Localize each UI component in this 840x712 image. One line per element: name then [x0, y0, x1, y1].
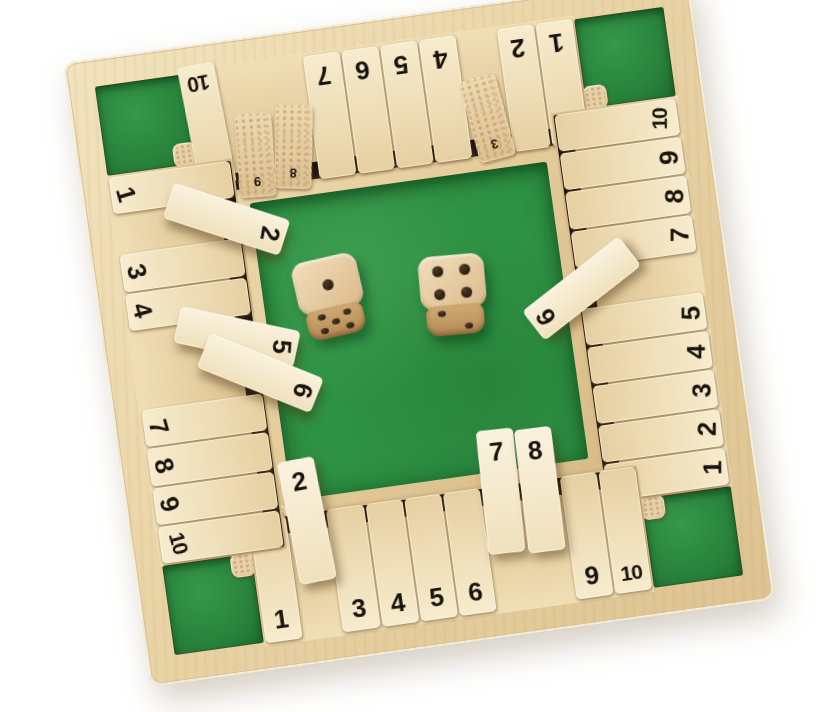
tile-north-9[interactable]: 9 [234, 112, 277, 198]
tile-number: 5 [677, 306, 703, 320]
tile-number: 6 [466, 578, 484, 606]
product-photo: 10987654321 10987654321 12345678910 1234… [0, 0, 840, 712]
tile-number: 4 [389, 589, 407, 617]
tile-number: 10 [166, 530, 192, 556]
die-pip [438, 311, 446, 318]
tile-number: 4 [682, 344, 708, 358]
die-pip [345, 322, 354, 330]
die-pip [321, 278, 334, 291]
die-pip [342, 308, 351, 316]
tile-number: 3 [350, 594, 368, 622]
die-pip [317, 313, 326, 321]
die-pip [458, 263, 470, 275]
tile-number: 2 [256, 224, 284, 243]
tile-number: 5 [392, 51, 410, 79]
tile-number: 3 [123, 261, 152, 282]
tile-number: 10 [649, 108, 670, 129]
shut-the-box-board: 10987654321 10987654321 12345678910 1234… [63, 0, 775, 687]
die-pip [331, 318, 340, 326]
tile-number: 2 [509, 35, 527, 63]
tile-number: 1 [272, 605, 290, 633]
tile-north-8[interactable]: 8 [275, 104, 314, 189]
tile-number: 9 [583, 561, 601, 589]
tile-number: 2 [290, 467, 309, 495]
die-right[interactable] [417, 252, 490, 337]
tile-number: 6 [354, 56, 372, 84]
tile-number: 7 [145, 416, 174, 437]
tile-number: 10 [186, 71, 211, 96]
tile-number: 10 [619, 560, 643, 584]
tile-number: 7 [488, 438, 505, 465]
tile-number: 3 [490, 137, 500, 151]
tile-number: 9 [655, 150, 681, 164]
tile-number: 1 [112, 183, 141, 204]
tile-number: 4 [128, 300, 157, 321]
die-left[interactable] [289, 251, 371, 344]
die-pip [321, 327, 330, 335]
tile-number: 9 [254, 175, 262, 188]
tile-number: 8 [660, 189, 686, 203]
peg-cap [641, 496, 664, 519]
tile-number: 1 [699, 461, 725, 475]
die-pip [465, 322, 473, 329]
tile-number: 6 [288, 380, 317, 400]
peg-cap [232, 553, 255, 576]
tile-number: 7 [315, 62, 333, 90]
tile-number: 8 [150, 455, 179, 476]
tile-number: 8 [290, 167, 297, 180]
die-pip [432, 265, 444, 277]
die-pip [460, 287, 472, 299]
tile-number: 6 [531, 304, 561, 330]
tile-number: 7 [666, 228, 692, 242]
tile-number: 9 [155, 494, 184, 515]
tile-number: 4 [431, 46, 449, 74]
die-right-front-face [425, 302, 485, 337]
tile-number: 1 [548, 29, 566, 57]
tile-number: 5 [428, 583, 446, 611]
tile-number: 3 [688, 383, 714, 397]
tile-number: 2 [693, 422, 719, 436]
die-pip [434, 289, 446, 301]
tile-number: 8 [527, 436, 545, 464]
tile-number: 5 [268, 338, 295, 354]
